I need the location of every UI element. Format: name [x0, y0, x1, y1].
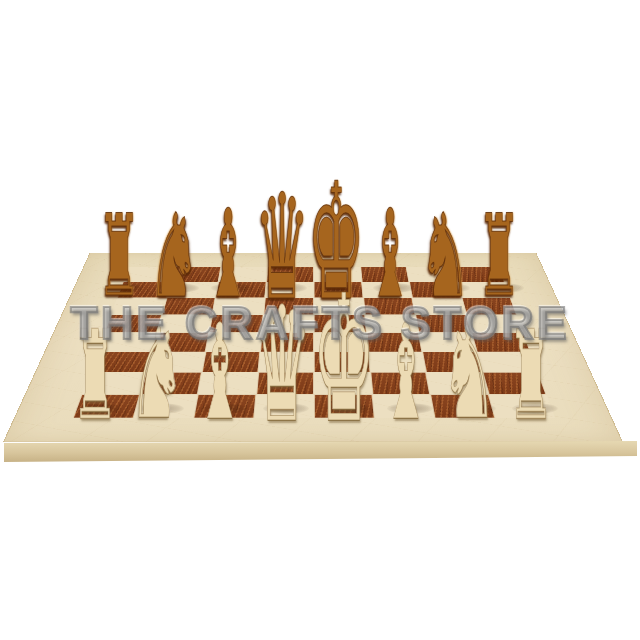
square-c3 [202, 352, 260, 373]
square-b1 [133, 394, 198, 418]
square-g1 [430, 394, 495, 418]
square-a3 [90, 352, 152, 373]
board-slab-front-face [4, 441, 637, 462]
square-b3 [146, 352, 206, 373]
square-c2 [198, 372, 258, 394]
square-c1 [193, 394, 255, 418]
square-a2 [82, 372, 146, 394]
square-a1 [73, 394, 140, 418]
square-g8 [406, 267, 456, 282]
square-d2 [256, 372, 314, 394]
square-f2 [370, 372, 430, 394]
square-f3 [368, 352, 426, 373]
square-d1 [254, 394, 314, 418]
product-photo: ♜♞♝♛♚♝♞♜♜♞♝♛♚♝♞♜ THE CRAFTS STORE [0, 0, 640, 640]
square-h1 [488, 394, 555, 418]
square-e3 [314, 352, 370, 373]
square-a8 [123, 267, 175, 282]
square-b2 [140, 372, 202, 394]
square-e8 [314, 267, 362, 282]
square-b8 [171, 267, 221, 282]
square-h2 [482, 372, 546, 394]
square-d8 [266, 267, 314, 282]
square-g2 [426, 372, 488, 394]
square-f8 [360, 267, 409, 282]
square-e2 [314, 372, 372, 394]
square-g3 [422, 352, 482, 373]
square-c8 [218, 267, 267, 282]
square-f1 [372, 394, 435, 418]
square-d3 [258, 352, 314, 373]
square-h8 [453, 267, 505, 282]
square-e1 [314, 394, 374, 418]
square-h3 [476, 352, 538, 373]
watermark-text: THE CRAFTS STORE [70, 296, 570, 350]
